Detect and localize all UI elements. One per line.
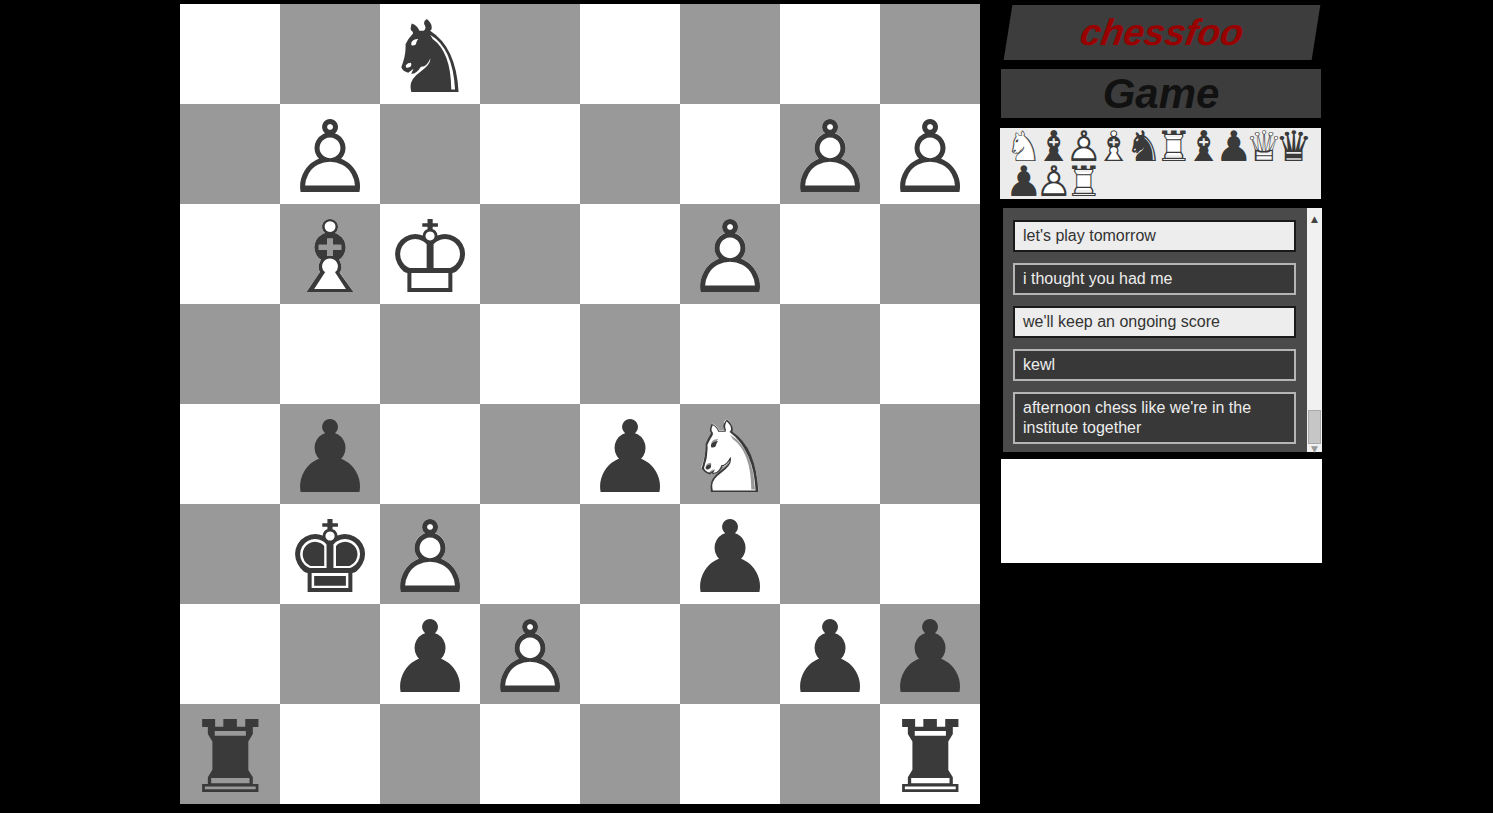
piece-white-pawn[interactable]: ♟♙ [480, 604, 580, 704]
piece-glyph: ♟ [780, 604, 880, 704]
square-c7[interactable] [380, 104, 480, 204]
square-a4[interactable] [180, 404, 280, 504]
piece-black-rook[interactable]: ♜ [180, 704, 280, 804]
piece-black-pawn: ♟ [1005, 163, 1035, 198]
square-c2[interactable]: ♟ [380, 604, 480, 704]
square-f5[interactable] [680, 304, 780, 404]
piece-outline: ♙ [380, 504, 480, 604]
square-g1[interactable] [780, 704, 880, 804]
square-h4[interactable] [880, 404, 980, 504]
piece-white-queen: ♛♕ [1245, 128, 1275, 163]
brand-logo-text: chessfoo [1077, 12, 1246, 54]
piece-black-knight: ♞ [1125, 128, 1155, 163]
captured-piece-slot: ♜♖ [1155, 128, 1185, 163]
piece-white-bishop[interactable]: ♝♗ [280, 204, 380, 304]
square-a5[interactable] [180, 304, 280, 404]
piece-black-pawn[interactable]: ♟ [580, 404, 680, 504]
piece-white-pawn[interactable]: ♟♙ [880, 104, 980, 204]
captured-piece-slot: ♛ [1275, 128, 1305, 163]
chat-message: i thought you had me [1013, 263, 1296, 295]
captured-pieces-tray: ♞♘♝♟♙♝♗♞♜♖♝♟♛♕♛ ♟♟♙♜♖ [1000, 128, 1321, 199]
square-e3[interactable] [580, 504, 680, 604]
piece-black-pawn[interactable]: ♟ [280, 404, 380, 504]
piece-black-knight[interactable]: ♞ [380, 4, 480, 104]
square-a8[interactable] [180, 4, 280, 104]
square-d3[interactable] [480, 504, 580, 604]
square-b1[interactable] [280, 704, 380, 804]
piece-black-pawn[interactable]: ♟ [880, 604, 980, 704]
square-c8[interactable]: ♞ [380, 4, 480, 104]
square-c3[interactable]: ♟♙ [380, 504, 480, 604]
captured-piece-slot: ♝ [1185, 128, 1215, 163]
square-e7[interactable] [580, 104, 680, 204]
piece-outline: ♗ [280, 204, 380, 304]
captured-piece-slot: ♟ [1215, 128, 1245, 163]
piece-white-rook: ♜♖ [1065, 163, 1095, 198]
piece-white-pawn: ♟♙ [1035, 163, 1065, 198]
piece-white-pawn[interactable]: ♟♙ [380, 504, 480, 604]
square-d5[interactable] [480, 304, 580, 404]
square-e2[interactable] [580, 604, 680, 704]
piece-glyph: ♟ [580, 404, 680, 504]
square-d8[interactable] [480, 4, 580, 104]
piece-white-pawn[interactable]: ♟♙ [680, 204, 780, 304]
piece-glyph: ♟ [1215, 128, 1245, 163]
scroll-up-button[interactable]: ▲ [1307, 208, 1322, 222]
piece-glyph: ♞ [380, 4, 480, 104]
square-h8[interactable] [880, 4, 980, 104]
square-f8[interactable] [680, 4, 780, 104]
square-f6[interactable]: ♟♙ [680, 204, 780, 304]
piece-outline: ♖ [1065, 163, 1095, 198]
square-h6[interactable] [880, 204, 980, 304]
brand-banner: chessfoo [1004, 5, 1321, 60]
square-a1[interactable]: ♜ [180, 704, 280, 804]
piece-black-pawn: ♟ [1215, 128, 1245, 163]
scroll-down-button[interactable]: ▼ [1307, 438, 1322, 452]
piece-black-pawn[interactable]: ♟ [780, 604, 880, 704]
square-e4[interactable]: ♟ [580, 404, 680, 504]
piece-black-rook[interactable]: ♜ [880, 704, 980, 804]
piece-outline: ♙ [780, 104, 880, 204]
square-g3[interactable] [780, 504, 880, 604]
captured-piece-slot: ♞ [1125, 128, 1155, 163]
square-e1[interactable] [580, 704, 680, 804]
square-g6[interactable] [780, 204, 880, 304]
chat-message-list: let's play tomorrowi thought you had mew… [1013, 220, 1296, 444]
piece-glyph: ♞ [1125, 128, 1155, 163]
square-c5[interactable] [380, 304, 480, 404]
captured-piece-slot: ♜♖ [1065, 163, 1095, 198]
chat-message: we'll keep an ongoing score [1013, 306, 1296, 338]
piece-black-pawn[interactable]: ♟ [380, 604, 480, 704]
chat-scrollbar[interactable]: ▲ ▼ [1307, 208, 1322, 452]
piece-outline: ♘ [680, 404, 780, 504]
square-h2[interactable]: ♟ [880, 604, 980, 704]
chat-message: kewl [1013, 349, 1296, 381]
piece-glyph: ♜ [880, 704, 980, 804]
square-c6[interactable]: ♚♔ [380, 204, 480, 304]
square-b8[interactable] [280, 4, 380, 104]
piece-glyph: ♟ [1005, 163, 1035, 198]
square-b6[interactable]: ♝♗ [280, 204, 380, 304]
piece-black-king[interactable]: ♚ [280, 504, 380, 604]
piece-outline: ♙ [480, 604, 580, 704]
page-title: Game [1103, 70, 1220, 118]
piece-outline: ♔ [380, 204, 480, 304]
square-g8[interactable] [780, 4, 880, 104]
piece-outline: ♙ [280, 104, 380, 204]
square-a7[interactable] [180, 104, 280, 204]
square-b2[interactable] [280, 604, 380, 704]
chat-panel: let's play tomorrowi thought you had mew… [1003, 208, 1322, 452]
piece-glyph: ♟ [280, 404, 380, 504]
captured-piece-slot: ♟♙ [1035, 163, 1065, 198]
piece-black-queen: ♛ [1275, 128, 1305, 163]
piece-black-pawn[interactable]: ♟ [680, 504, 780, 604]
piece-glyph: ♛ [1275, 128, 1305, 163]
square-a2[interactable] [180, 604, 280, 704]
chat-message: let's play tomorrow [1013, 220, 1296, 252]
square-f7[interactable] [680, 104, 780, 204]
piece-white-pawn[interactable]: ♟♙ [280, 104, 380, 204]
square-d2[interactable]: ♟♙ [480, 604, 580, 704]
piece-white-rook: ♜♖ [1155, 128, 1185, 163]
chat-input[interactable] [1001, 459, 1322, 563]
square-b4[interactable]: ♟ [280, 404, 380, 504]
square-e8[interactable] [580, 4, 680, 104]
scroll-down-icon: ▼ [1311, 444, 1318, 454]
piece-white-king[interactable]: ♚♔ [380, 204, 480, 304]
square-h5[interactable] [880, 304, 980, 404]
square-g4[interactable] [780, 404, 880, 504]
square-a3[interactable] [180, 504, 280, 604]
square-f2[interactable] [680, 604, 780, 704]
piece-white-pawn[interactable]: ♟♙ [780, 104, 880, 204]
square-f4[interactable]: ♞♘ [680, 404, 780, 504]
square-h7[interactable]: ♟♙ [880, 104, 980, 204]
square-e5[interactable] [580, 304, 680, 404]
piece-glyph: ♚ [280, 504, 380, 604]
square-f1[interactable] [680, 704, 780, 804]
page: ♞♟♙♟♙♟♙♝♗♚♔♟♙♟♟♞♘♚♟♙♟♟♟♙♟♟♜♜ chessfoo Ga… [0, 0, 1493, 813]
square-c4[interactable] [380, 404, 480, 504]
piece-outline: ♙ [880, 104, 980, 204]
piece-glyph: ♟ [880, 604, 980, 704]
square-g2[interactable]: ♟ [780, 604, 880, 704]
square-d7[interactable] [480, 104, 580, 204]
piece-glyph: ♟ [380, 604, 480, 704]
piece-outline: ♖ [1155, 128, 1185, 163]
scroll-up-icon: ▲ [1311, 214, 1318, 224]
piece-glyph: ♜ [180, 704, 280, 804]
captured-piece-slot: ♛♕ [1245, 128, 1275, 163]
square-g5[interactable] [780, 304, 880, 404]
square-b5[interactable] [280, 304, 380, 404]
piece-outline: ♙ [680, 204, 780, 304]
piece-black-bishop: ♝ [1185, 128, 1215, 163]
piece-glyph: ♟ [680, 504, 780, 604]
square-g7[interactable]: ♟♙ [780, 104, 880, 204]
square-b7[interactable]: ♟♙ [280, 104, 380, 204]
square-e6[interactable] [580, 204, 680, 304]
square-c1[interactable] [380, 704, 480, 804]
square-h3[interactable] [880, 504, 980, 604]
chess-board: ♞♟♙♟♙♟♙♝♗♚♔♟♙♟♟♞♘♚♟♙♟♟♟♙♟♟♜♜ [180, 4, 980, 804]
square-d6[interactable] [480, 204, 580, 304]
square-f3[interactable]: ♟ [680, 504, 780, 604]
chat-message: afternoon chess like we're in the instit… [1013, 392, 1296, 444]
page-title-bar: Game [1001, 69, 1321, 118]
captured-piece-slot: ♟ [1005, 163, 1035, 198]
square-a6[interactable] [180, 204, 280, 304]
square-d4[interactable] [480, 404, 580, 504]
piece-outline: ♕ [1245, 128, 1275, 163]
piece-outline: ♙ [1035, 163, 1065, 198]
piece-white-knight[interactable]: ♞♘ [680, 404, 780, 504]
piece-glyph: ♝ [1185, 128, 1215, 163]
square-h1[interactable]: ♜ [880, 704, 980, 804]
square-b3[interactable]: ♚ [280, 504, 380, 604]
square-d1[interactable] [480, 704, 580, 804]
